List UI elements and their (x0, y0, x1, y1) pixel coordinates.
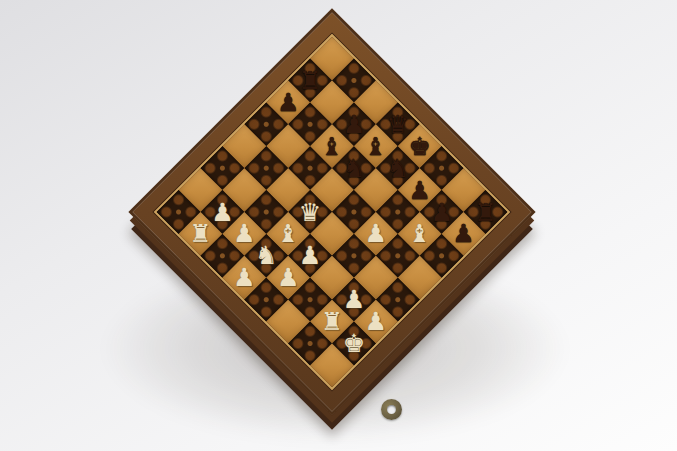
photo-background: ♛♚♜♜♟♝♞♟♟♟♟♝♞♝♟♛♝♟♟♟♟♟♞♟♜♚♜♟ (0, 0, 677, 451)
brass-ring-foot (381, 399, 402, 420)
